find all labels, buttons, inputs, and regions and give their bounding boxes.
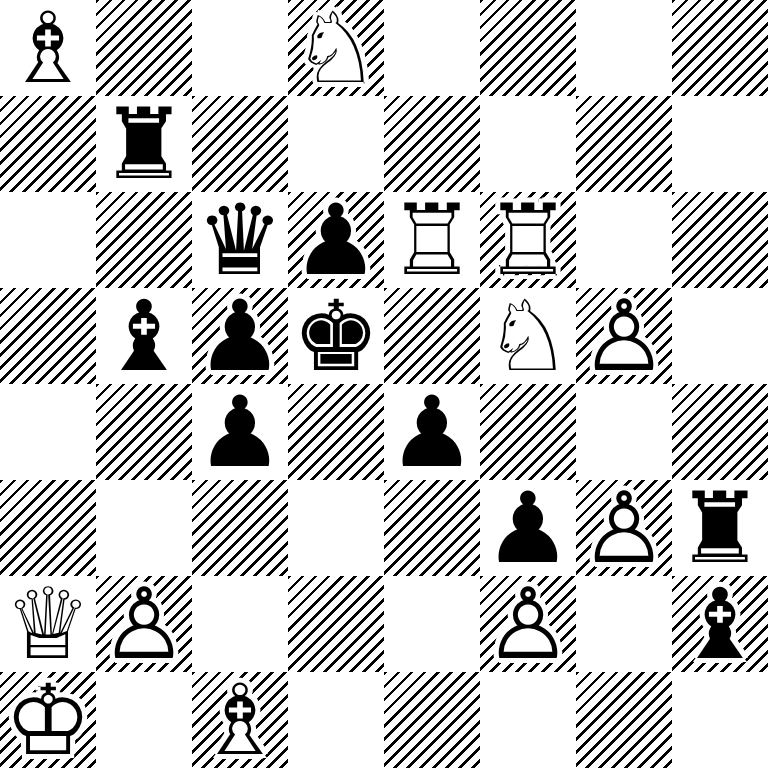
square-c8[interactable] [192, 0, 288, 96]
square-b5[interactable]: ♝ [96, 288, 192, 384]
square-e4[interactable]: ♟ [384, 384, 480, 480]
square-e8[interactable] [384, 0, 480, 96]
square-a2[interactable]: ♛♕ [0, 576, 96, 672]
square-a7[interactable] [0, 96, 96, 192]
square-g7[interactable] [576, 96, 672, 192]
square-h5[interactable] [672, 288, 768, 384]
square-c7[interactable] [192, 96, 288, 192]
square-g1[interactable] [576, 672, 672, 768]
black-pawn-piece: ♟ [192, 288, 288, 384]
square-a1[interactable]: ♚♔ [0, 672, 96, 768]
square-h4[interactable] [672, 384, 768, 480]
chess-diagram: ♝♗♞♘♜♛♟♜♖♜♖♝♟♚♞♘♟♙♟♟♟♟♙♜♛♕♟♙♟♙♝♚♔♝♗ [0, 0, 768, 768]
square-g2[interactable] [576, 576, 672, 672]
black-pawn-piece: ♟ [192, 384, 288, 480]
square-b6[interactable] [96, 192, 192, 288]
square-f1[interactable] [480, 672, 576, 768]
square-d2[interactable] [288, 576, 384, 672]
square-f6[interactable]: ♜♖ [480, 192, 576, 288]
square-d7[interactable] [288, 96, 384, 192]
black-rook-piece: ♜ [672, 480, 768, 576]
square-f5[interactable]: ♞♘ [480, 288, 576, 384]
white-pawn-piece: ♟♙ [480, 576, 576, 672]
white-pawn-piece: ♟♙ [576, 480, 672, 576]
white-knight-piece: ♞♘ [288, 0, 384, 96]
square-a4[interactable] [0, 384, 96, 480]
square-h6[interactable] [672, 192, 768, 288]
square-c5[interactable]: ♟ [192, 288, 288, 384]
square-c4[interactable]: ♟ [192, 384, 288, 480]
square-f4[interactable] [480, 384, 576, 480]
black-queen-piece: ♛ [192, 192, 288, 288]
white-queen-piece: ♛♕ [0, 576, 96, 672]
square-d6[interactable]: ♟ [288, 192, 384, 288]
square-f7[interactable] [480, 96, 576, 192]
square-a3[interactable] [0, 480, 96, 576]
white-knight-piece: ♞♘ [480, 288, 576, 384]
square-g4[interactable] [576, 384, 672, 480]
square-c6[interactable]: ♛ [192, 192, 288, 288]
square-h3[interactable]: ♜ [672, 480, 768, 576]
square-e3[interactable] [384, 480, 480, 576]
square-e5[interactable] [384, 288, 480, 384]
square-c2[interactable] [192, 576, 288, 672]
square-h7[interactable] [672, 96, 768, 192]
white-pawn-piece: ♟♙ [96, 576, 192, 672]
square-g8[interactable] [576, 0, 672, 96]
square-b3[interactable] [96, 480, 192, 576]
square-g5[interactable]: ♟♙ [576, 288, 672, 384]
square-g3[interactable]: ♟♙ [576, 480, 672, 576]
square-b7[interactable]: ♜ [96, 96, 192, 192]
black-bishop-piece: ♝ [672, 576, 768, 672]
square-d5[interactable]: ♚ [288, 288, 384, 384]
square-b4[interactable] [96, 384, 192, 480]
square-a8[interactable]: ♝♗ [0, 0, 96, 96]
square-e1[interactable] [384, 672, 480, 768]
square-d8[interactable]: ♞♘ [288, 0, 384, 96]
square-e6[interactable]: ♜♖ [384, 192, 480, 288]
square-f3[interactable]: ♟ [480, 480, 576, 576]
square-h8[interactable] [672, 0, 768, 96]
white-bishop-piece: ♝♗ [192, 672, 288, 768]
square-d1[interactable] [288, 672, 384, 768]
white-king-piece: ♚♔ [0, 672, 96, 768]
black-king-piece: ♚ [288, 288, 384, 384]
square-b8[interactable] [96, 0, 192, 96]
white-bishop-piece: ♝♗ [0, 0, 96, 96]
square-e2[interactable] [384, 576, 480, 672]
square-h2[interactable]: ♝ [672, 576, 768, 672]
black-pawn-piece: ♟ [480, 480, 576, 576]
square-e7[interactable] [384, 96, 480, 192]
square-g6[interactable] [576, 192, 672, 288]
white-pawn-piece: ♟♙ [576, 288, 672, 384]
square-b1[interactable] [96, 672, 192, 768]
black-pawn-piece: ♟ [288, 192, 384, 288]
square-h1[interactable] [672, 672, 768, 768]
square-d3[interactable] [288, 480, 384, 576]
black-rook-piece: ♜ [96, 96, 192, 192]
square-f2[interactable]: ♟♙ [480, 576, 576, 672]
square-d4[interactable] [288, 384, 384, 480]
square-c3[interactable] [192, 480, 288, 576]
black-pawn-piece: ♟ [384, 384, 480, 480]
square-b2[interactable]: ♟♙ [96, 576, 192, 672]
black-bishop-piece: ♝ [96, 288, 192, 384]
square-c1[interactable]: ♝♗ [192, 672, 288, 768]
chess-board: ♝♗♞♘♜♛♟♜♖♜♖♝♟♚♞♘♟♙♟♟♟♟♙♜♛♕♟♙♟♙♝♚♔♝♗ [0, 0, 768, 768]
square-a6[interactable] [0, 192, 96, 288]
square-a5[interactable] [0, 288, 96, 384]
square-f8[interactable] [480, 0, 576, 96]
white-rook-piece: ♜♖ [384, 192, 480, 288]
white-rook-piece: ♜♖ [480, 192, 576, 288]
